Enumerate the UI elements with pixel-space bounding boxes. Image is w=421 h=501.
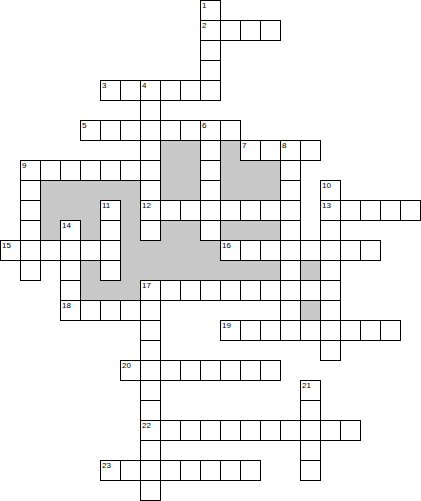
letter-cell-r12c12[interactable] (240, 240, 261, 261)
letter-cell-r18c11[interactable] (220, 360, 241, 381)
clue-number-6: 6 (202, 121, 206, 130)
unused-gray-cell (160, 180, 181, 201)
letter-cell-r19c15[interactable]: 21 (300, 380, 321, 401)
letter-cell-r18c12[interactable] (240, 360, 261, 381)
letter-cell-r21c16[interactable] (320, 420, 341, 441)
unused-gray-cell (180, 220, 201, 241)
letter-cell-r13c16[interactable] (320, 260, 341, 281)
unused-gray-cell (160, 220, 181, 241)
letter-cell-r7c7[interactable] (140, 140, 161, 161)
letter-cell-r21c8[interactable] (160, 420, 181, 441)
letter-cell-r9c10[interactable] (200, 180, 221, 201)
letter-cell-r16c12[interactable] (240, 320, 261, 341)
clue-number-13: 13 (322, 201, 331, 210)
letter-cell-r4c10[interactable] (200, 80, 221, 101)
letter-cell-r12c3[interactable] (60, 240, 81, 261)
unused-gray-cell (100, 180, 121, 201)
letter-cell-r12c15[interactable] (300, 240, 321, 261)
letter-cell-r10c19[interactable] (380, 200, 401, 221)
clue-number-10: 10 (322, 181, 331, 190)
letter-cell-r10c13[interactable] (260, 200, 281, 221)
letter-cell-r8c14[interactable] (280, 160, 301, 181)
clue-number-16: 16 (222, 241, 231, 250)
unused-gray-cell (40, 220, 61, 241)
clue-number-21: 21 (302, 381, 311, 390)
clue-number-12: 12 (142, 201, 151, 210)
letter-cell-r12c16[interactable] (320, 240, 341, 261)
letter-cell-r11c10[interactable] (200, 220, 221, 241)
clue-number-15: 15 (2, 241, 11, 250)
unused-gray-cell (240, 180, 261, 201)
letter-cell-r14c16[interactable] (320, 280, 341, 301)
letter-cell-r21c17[interactable] (340, 420, 361, 441)
unused-gray-cell (160, 140, 181, 161)
clue-number-17: 17 (142, 281, 151, 290)
unused-gray-cell (80, 200, 101, 221)
unused-gray-cell (180, 180, 201, 201)
letter-cell-r23c6[interactable] (120, 460, 141, 481)
letter-cell-r20c7[interactable] (140, 400, 161, 421)
unused-gray-cell (200, 260, 221, 281)
clue-number-7: 7 (242, 141, 246, 150)
letter-cell-r22c15[interactable] (300, 440, 321, 461)
letter-cell-r24c7[interactable] (140, 480, 161, 501)
letter-cell-r10c17[interactable] (340, 200, 361, 221)
letter-cell-r1c11[interactable] (220, 20, 241, 41)
letter-cell-r23c10[interactable] (200, 460, 221, 481)
letter-cell-r3c10[interactable] (200, 60, 221, 81)
letter-cell-r17c16[interactable] (320, 340, 341, 361)
unused-gray-cell (160, 260, 181, 281)
letter-cell-r8c7[interactable] (140, 160, 161, 181)
letter-cell-r16c19[interactable] (380, 320, 401, 341)
letter-cell-r14c10[interactable] (200, 280, 221, 301)
clue-number-1: 1 (202, 1, 206, 10)
letter-cell-r15c4[interactable] (80, 300, 101, 321)
letter-cell-r4c6[interactable] (120, 80, 141, 101)
unused-gray-cell (120, 280, 141, 301)
unused-gray-cell (260, 220, 281, 241)
letter-cell-r8c10[interactable] (200, 160, 221, 181)
letter-cell-r6c6[interactable] (120, 120, 141, 141)
letter-cell-r23c15[interactable] (300, 460, 321, 481)
letter-cell-r9c7[interactable] (140, 180, 161, 201)
unused-gray-cell (260, 260, 281, 281)
letter-cell-r21c15[interactable] (300, 420, 321, 441)
letter-cell-r16c18[interactable] (360, 320, 381, 341)
unused-gray-cell (300, 300, 321, 321)
unused-gray-cell (240, 220, 261, 241)
letter-cell-r13c1[interactable] (20, 260, 41, 281)
letter-cell-r0c10[interactable]: 1 (200, 0, 221, 21)
letter-cell-r14c3[interactable] (60, 280, 81, 301)
unused-gray-cell (60, 180, 81, 201)
letter-cell-r9c1[interactable] (20, 180, 41, 201)
unused-gray-cell (180, 260, 201, 281)
letter-cell-r6c7[interactable] (140, 120, 161, 141)
clue-number-9: 9 (22, 161, 26, 170)
letter-cell-r11c1[interactable] (20, 220, 41, 241)
letter-cell-r10c10[interactable] (200, 200, 221, 221)
letter-cell-r12c17[interactable] (340, 240, 361, 261)
letter-cell-r18c13[interactable] (260, 360, 281, 381)
letter-cell-r1c13[interactable] (260, 20, 281, 41)
unused-gray-cell (180, 240, 201, 261)
letter-cell-r23c11[interactable] (220, 460, 241, 481)
letter-cell-r14c11[interactable] (220, 280, 241, 301)
letter-cell-r6c9[interactable] (180, 120, 201, 141)
unused-gray-cell (200, 240, 221, 261)
letter-cell-r23c12[interactable] (240, 460, 261, 481)
letter-cell-r8c5[interactable] (100, 160, 121, 181)
letter-cell-r14c14[interactable] (280, 280, 301, 301)
letter-cell-r8c2[interactable] (40, 160, 61, 181)
unused-gray-cell (120, 240, 141, 261)
letter-cell-r21c13[interactable] (260, 420, 281, 441)
unused-gray-cell (40, 180, 61, 201)
letter-cell-r10c9[interactable] (180, 200, 201, 221)
unused-gray-cell (220, 180, 241, 201)
letter-cell-r16c11[interactable]: 19 (220, 320, 241, 341)
letter-cell-r21c14[interactable] (280, 420, 301, 441)
letter-cell-r12c18[interactable] (360, 240, 381, 261)
letter-cell-r16c13[interactable] (260, 320, 281, 341)
clue-number-23: 23 (102, 461, 111, 470)
letter-cell-r4c9[interactable] (180, 80, 201, 101)
letter-cell-r12c2[interactable] (40, 240, 61, 261)
unused-gray-cell (80, 260, 101, 281)
letter-cell-r12c0[interactable]: 15 (0, 240, 21, 261)
letter-cell-r10c20[interactable] (400, 200, 421, 221)
letter-cell-r13c3[interactable] (60, 260, 81, 281)
letter-cell-r1c10[interactable]: 2 (200, 20, 221, 41)
clue-number-4: 4 (142, 81, 146, 90)
letter-cell-r18c9[interactable] (180, 360, 201, 381)
letter-cell-r7c15[interactable] (300, 140, 321, 161)
crossword-board: 1234567891011121314151617181920212223 (0, 0, 421, 501)
letter-cell-r18c7[interactable] (140, 360, 161, 381)
letter-cell-r10c12[interactable] (240, 200, 261, 221)
unused-gray-cell (120, 180, 141, 201)
letter-cell-r11c3[interactable]: 14 (60, 220, 81, 241)
letter-cell-r9c14[interactable] (280, 180, 301, 201)
letter-cell-r22c7[interactable] (140, 440, 161, 461)
letter-cell-r14c8[interactable] (160, 280, 181, 301)
letter-cell-r1c12[interactable] (240, 20, 261, 41)
clue-number-22: 22 (142, 421, 151, 430)
letter-cell-r8c4[interactable] (80, 160, 101, 181)
letter-cell-r12c5[interactable] (100, 240, 121, 261)
letter-cell-r9c16[interactable]: 10 (320, 180, 341, 201)
letter-cell-r10c14[interactable] (280, 200, 301, 221)
letter-cell-r10c7[interactable]: 12 (140, 200, 161, 221)
letter-cell-r18c8[interactable] (160, 360, 181, 381)
unused-gray-cell (120, 200, 141, 221)
clue-number-11: 11 (102, 201, 110, 210)
letter-cell-r7c13[interactable] (260, 140, 281, 161)
letter-cell-r2c10[interactable] (200, 40, 221, 61)
unused-gray-cell (160, 240, 181, 261)
letter-cell-r12c4[interactable] (80, 240, 101, 261)
letter-cell-r16c16[interactable] (320, 320, 341, 341)
letter-cell-r8c1[interactable]: 9 (20, 160, 41, 181)
letter-cell-r10c16[interactable]: 13 (320, 200, 341, 221)
letter-cell-r14c9[interactable] (180, 280, 201, 301)
letter-cell-r7c14[interactable]: 8 (280, 140, 301, 161)
letter-cell-r12c14[interactable] (280, 240, 301, 261)
letter-cell-r23c5[interactable]: 23 (100, 460, 121, 481)
letter-cell-r6c4[interactable]: 5 (80, 120, 101, 141)
letter-cell-r10c8[interactable] (160, 200, 181, 221)
letter-cell-r20c15[interactable] (300, 400, 321, 421)
letter-cell-r13c5[interactable] (100, 260, 121, 281)
letter-cell-r11c14[interactable] (280, 220, 301, 241)
letter-cell-r6c8[interactable] (160, 120, 181, 141)
unused-gray-cell (260, 160, 281, 181)
letter-cell-r4c5[interactable]: 3 (100, 80, 121, 101)
letter-cell-r4c7[interactable]: 4 (140, 80, 161, 101)
clue-number-8: 8 (282, 141, 286, 150)
letter-cell-r12c13[interactable] (260, 240, 281, 261)
unused-gray-cell (40, 200, 61, 221)
letter-cell-r12c1[interactable] (20, 240, 41, 261)
unused-gray-cell (220, 220, 241, 241)
letter-cell-r7c12[interactable]: 7 (240, 140, 261, 161)
letter-cell-r17c7[interactable] (140, 340, 161, 361)
letter-cell-r16c14[interactable] (280, 320, 301, 341)
clue-number-19: 19 (222, 321, 231, 330)
letter-cell-r21c12[interactable] (240, 420, 261, 441)
unused-gray-cell (80, 220, 101, 241)
letter-cell-r18c6[interactable]: 20 (120, 360, 141, 381)
letter-cell-r11c5[interactable] (100, 220, 121, 241)
letter-cell-r7c10[interactable] (200, 140, 221, 161)
letter-cell-r15c3[interactable]: 18 (60, 300, 81, 321)
unused-gray-cell (60, 200, 81, 221)
unused-gray-cell (300, 260, 321, 281)
letter-cell-r11c7[interactable] (140, 220, 161, 241)
letter-cell-r6c10[interactable]: 6 (200, 120, 221, 141)
unused-gray-cell (240, 160, 261, 181)
letter-cell-r14c13[interactable] (260, 280, 281, 301)
letter-cell-r15c16[interactable] (320, 300, 341, 321)
clue-number-3: 3 (102, 81, 106, 90)
letter-cell-r10c1[interactable] (20, 200, 41, 221)
unused-gray-cell (80, 280, 101, 301)
unused-gray-cell (180, 140, 201, 161)
letter-cell-r6c11[interactable] (220, 120, 241, 141)
letter-cell-r8c3[interactable] (60, 160, 81, 181)
letter-cell-r12c11[interactable]: 16 (220, 240, 241, 261)
letter-cell-r5c7[interactable] (140, 100, 161, 121)
clue-number-5: 5 (82, 121, 86, 130)
unused-gray-cell (160, 160, 181, 181)
letter-cell-r18c10[interactable] (200, 360, 221, 381)
letter-cell-r21c9[interactable] (180, 420, 201, 441)
unused-gray-cell (100, 280, 121, 301)
letter-cell-r21c7[interactable]: 22 (140, 420, 161, 441)
letter-cell-r15c7[interactable] (140, 300, 161, 321)
clue-number-20: 20 (122, 361, 131, 370)
clue-number-18: 18 (62, 301, 71, 310)
letter-cell-r11c16[interactable] (320, 220, 341, 241)
unused-gray-cell (80, 180, 101, 201)
letter-cell-r10c18[interactable] (360, 200, 381, 221)
unused-gray-cell (140, 240, 161, 261)
letter-cell-r23c8[interactable] (160, 460, 181, 481)
clue-number-14: 14 (62, 221, 71, 230)
unused-gray-cell (120, 220, 141, 241)
unused-gray-cell (240, 260, 261, 281)
letter-cell-r23c9[interactable] (180, 460, 201, 481)
letter-cell-r16c15[interactable] (300, 320, 321, 341)
unused-gray-cell (220, 260, 241, 281)
unused-gray-cell (140, 260, 161, 281)
letter-cell-r23c7[interactable] (140, 460, 161, 481)
letter-cell-r6c5[interactable] (100, 120, 121, 141)
unused-gray-cell (220, 140, 241, 161)
unused-gray-cell (180, 160, 201, 181)
letter-cell-r15c14[interactable] (280, 300, 301, 321)
letter-cell-r10c5[interactable]: 11 (100, 200, 121, 221)
letter-cell-r16c7[interactable] (140, 320, 161, 341)
letter-cell-r13c14[interactable] (280, 260, 301, 281)
clue-number-2: 2 (202, 21, 206, 30)
unused-gray-cell (120, 260, 141, 281)
letter-cell-r21c11[interactable] (220, 420, 241, 441)
letter-cell-r14c12[interactable] (240, 280, 261, 301)
letter-cell-r14c15[interactable] (300, 280, 321, 301)
letter-cell-r14c7[interactable]: 17 (140, 280, 161, 301)
letter-cell-r15c5[interactable] (100, 300, 121, 321)
letter-cell-r4c8[interactable] (160, 80, 181, 101)
letter-cell-r19c7[interactable] (140, 380, 161, 401)
letter-cell-r21c10[interactable] (200, 420, 221, 441)
letter-cell-r10c11[interactable] (220, 200, 241, 221)
unused-gray-cell (260, 180, 281, 201)
unused-gray-cell (220, 160, 241, 181)
letter-cell-r15c6[interactable] (120, 300, 141, 321)
letter-cell-r16c17[interactable] (340, 320, 361, 341)
letter-cell-r8c6[interactable] (120, 160, 141, 181)
